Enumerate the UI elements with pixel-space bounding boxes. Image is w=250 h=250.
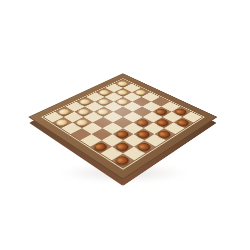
square-c1 [133,140,155,153]
square-a7 [52,117,72,128]
checker-piece-light [74,118,90,127]
checker-piece-dark [175,118,191,127]
square-d3 [122,122,143,134]
square-c4 [102,122,123,134]
checker-piece-dark [135,129,151,138]
checker-piece-dark [156,129,172,138]
square-e1 [154,128,175,140]
board-inlay-line [41,78,205,169]
square-f1 [163,122,184,134]
square-b4 [91,128,112,140]
checker-piece-dark [114,142,131,152]
square-c3 [112,128,133,140]
square-c5 [92,117,112,128]
square-b5 [81,122,102,134]
product-photo-checkers-board[interactable] [0,0,250,250]
square-a4 [79,134,100,147]
square-e3 [132,117,152,128]
square-f2 [153,117,173,128]
checker-piece-light [54,118,70,127]
board-grid [43,79,201,167]
checkers-board [28,73,218,180]
checker-piece-dark [135,142,152,152]
square-b3 [101,134,122,147]
checker-piece-dark [92,142,109,152]
checker-piece-dark [155,118,171,127]
square-a6 [61,122,82,134]
square-a5 [70,128,91,140]
square-d2 [133,128,154,140]
square-c2 [122,134,143,147]
square-e2 [143,122,164,134]
board-top-face [28,73,218,180]
square-b6 [72,117,92,128]
square-b1 [122,147,144,161]
square-g1 [173,117,193,128]
square-d4 [112,117,132,128]
square-b2 [111,140,133,153]
square-a2 [100,147,122,161]
board-scene [0,0,250,250]
square-a1 [111,153,134,167]
checker-piece-dark [135,118,151,127]
square-a3 [90,140,112,153]
square-d1 [144,134,165,147]
checker-piece-dark [114,129,130,138]
checker-piece-dark [113,155,131,166]
